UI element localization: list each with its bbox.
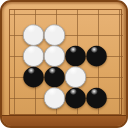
grid-line-horizontal bbox=[9, 14, 123, 15]
black-stone-glyph: ● bbox=[85, 86, 109, 106]
white-stone: ● bbox=[45, 86, 65, 106]
black-stone: ● bbox=[24, 65, 44, 85]
gomoku-board[interactable]: ●●●●●●●●●●●● bbox=[0, 0, 128, 128]
black-stone-glyph: ● bbox=[85, 44, 109, 64]
board-bottom-edge bbox=[2, 115, 126, 128]
black-stone: ● bbox=[66, 86, 86, 106]
grid-line-vertical bbox=[14, 9, 15, 115]
board-right-edge bbox=[120, 2, 126, 126]
black-stone: ● bbox=[87, 44, 107, 64]
black-stone: ● bbox=[87, 86, 107, 106]
